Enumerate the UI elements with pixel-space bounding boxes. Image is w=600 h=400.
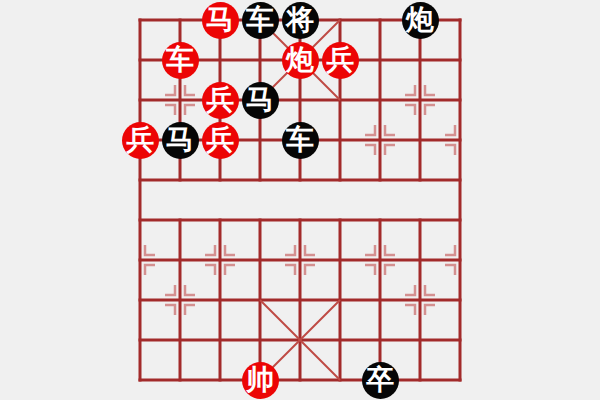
piece-red-soldier-3[interactable]: 兵 [122,122,159,159]
piece-black-horse-1[interactable]: 马 [242,82,279,119]
piece-black-horse-2[interactable]: 马 [162,122,199,159]
piece-red-cannon[interactable]: 炮 [282,42,319,79]
piece-red-general[interactable]: 帅 [242,362,279,399]
piece-red-soldier-2[interactable]: 兵 [202,82,239,119]
piece-black-soldier[interactable]: 卒 [362,362,399,399]
piece-red-chariot[interactable]: 车 [162,42,199,79]
piece-red-soldier-1[interactable]: 兵 [322,42,359,79]
piece-black-chariot[interactable]: 车 [242,2,279,39]
piece-black-cannon[interactable]: 炮 [402,2,439,39]
piece-red-soldier-4[interactable]: 兵 [202,122,239,159]
xiangqi-board: 马车将炮车炮兵兵马兵马兵车帅卒 [0,0,600,400]
piece-red-horse[interactable]: 马 [202,2,239,39]
piece-black-general[interactable]: 将 [282,2,319,39]
board-pieces-layer[interactable]: 马车将炮车炮兵兵马兵马兵车帅卒 [120,0,480,400]
piece-black-chariot-2[interactable]: 车 [282,122,319,159]
